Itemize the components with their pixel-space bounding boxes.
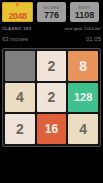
- status-row: 63 moves 01:05: [0, 31, 103, 43]
- tile-2: 2: [37, 51, 67, 81]
- tile-2: 2: [37, 83, 67, 113]
- app-logo: ♛ 2048: [2, 2, 33, 22]
- board-grid[interactable]: 28421282164: [2, 48, 101, 147]
- tile-128: 128: [68, 83, 98, 113]
- score-value: 776: [44, 10, 59, 20]
- score-box: SCORE 776: [37, 2, 66, 22]
- best-box: BEST 1108: [70, 2, 99, 22]
- tile-2: 2: [5, 114, 35, 144]
- moves-counter: 63 moves: [2, 36, 28, 42]
- header: ♛ 2048 SCORE 776 BEST 1108: [0, 0, 103, 22]
- tile-8: 8: [68, 51, 98, 81]
- tile-4: 4: [5, 83, 35, 113]
- game-timer: 01:05: [86, 36, 101, 42]
- tile-4: 4: [68, 114, 98, 144]
- cell-empty: [5, 51, 35, 81]
- best-value: 1108: [75, 10, 95, 20]
- crown-icon: ♛: [15, 1, 20, 7]
- logo-text: 2048: [8, 10, 26, 22]
- tile-16: 16: [37, 114, 67, 144]
- sub-header: CLASSIC 3X3 next goal: 1024 tile!: [0, 22, 103, 31]
- next-goal-text: next goal: 1024 tile!: [64, 25, 101, 30]
- mode-caption: CLASSIC 3X3: [2, 25, 31, 30]
- app-window: ♛ 2048 SCORE 776 BEST 1108 CLASSIC 3X3 n…: [0, 0, 103, 183]
